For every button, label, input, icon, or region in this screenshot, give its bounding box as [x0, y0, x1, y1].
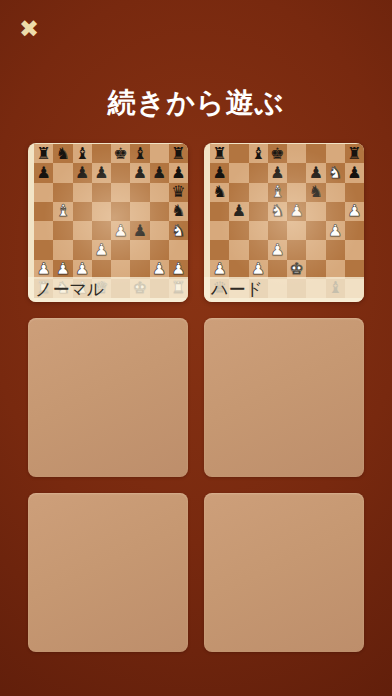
- white-pawn-piece: ♟: [75, 261, 89, 277]
- board-square: ♟: [150, 163, 169, 182]
- board-square: [345, 221, 364, 240]
- black-bishop-piece: ♝: [251, 146, 265, 162]
- black-knight-piece: ♞: [171, 203, 185, 219]
- board-square: [111, 183, 130, 202]
- chess-board-normal: ♜♞♝♚♝♜♟♟♟♟♟♟♛♝♞♟♟♞♟♟♟♟♟♟♜♞♝♛♚♜: [34, 144, 188, 298]
- black-knight-piece: ♞: [212, 184, 226, 200]
- slot-label-bar: ノーマル: [28, 277, 188, 302]
- board-square: ♟: [229, 202, 248, 221]
- board-square: ♝: [53, 202, 72, 221]
- slot-label: ハード: [211, 278, 263, 301]
- save-slot-hard[interactable]: ♜♝♚♜♟♟♟♞♟♞♝♞♟♞♟♟♟♟♟♟♚♛♝ ハード: [204, 143, 364, 302]
- black-bishop-piece: ♝: [75, 146, 89, 162]
- black-knight-piece: ♞: [309, 184, 323, 200]
- board-square: ♟: [73, 163, 92, 182]
- board-square: [34, 183, 53, 202]
- board-square: ♝: [73, 144, 92, 163]
- empty-save-slot-1[interactable]: [28, 318, 188, 477]
- board-square: ♟: [92, 163, 111, 182]
- save-slot-normal[interactable]: ♜♞♝♚♝♜♟♟♟♟♟♟♛♝♞♟♟♞♟♟♟♟♟♟♜♞♝♛♚♜ ノーマル: [28, 143, 188, 302]
- board-square: ♞: [306, 183, 325, 202]
- board-square: [326, 260, 345, 279]
- board-square: ♝: [249, 144, 268, 163]
- board-square: ♟: [34, 163, 53, 182]
- white-bishop-piece: ♝: [270, 184, 284, 200]
- black-pawn-piece: ♟: [152, 165, 166, 181]
- board-square: [130, 202, 149, 221]
- board-square: ♟: [169, 260, 188, 279]
- board-square: [287, 240, 306, 259]
- board-square: [229, 183, 248, 202]
- board-square: [210, 240, 229, 259]
- board-square: [229, 221, 248, 240]
- board-square: [53, 183, 72, 202]
- black-rook-piece: ♜: [347, 146, 361, 162]
- board-square: ♟: [150, 260, 169, 279]
- board-square: ♞: [210, 183, 229, 202]
- board-square: [306, 202, 325, 221]
- board-square: [229, 163, 248, 182]
- board-square: [229, 144, 248, 163]
- board-square: ♟: [34, 260, 53, 279]
- black-rook-piece: ♜: [212, 146, 226, 162]
- board-square: ♜: [210, 144, 229, 163]
- board-square: [249, 163, 268, 182]
- empty-save-slot-2[interactable]: [204, 318, 364, 477]
- black-pawn-piece: ♟: [94, 165, 108, 181]
- white-pawn-piece: ♟: [36, 261, 50, 277]
- board-square: ♟: [92, 240, 111, 259]
- board-square: ♛: [169, 183, 188, 202]
- board-square: [249, 240, 268, 259]
- black-pawn-piece: ♟: [75, 165, 89, 181]
- board-square: ♜: [345, 144, 364, 163]
- board-square: [345, 240, 364, 259]
- board-square: ♟: [130, 221, 149, 240]
- board-square: [287, 144, 306, 163]
- page-title: 続きから遊ぶ: [0, 84, 392, 122]
- board-square: [210, 202, 229, 221]
- board-square: [111, 202, 130, 221]
- board-square: [306, 144, 325, 163]
- board-square: [169, 240, 188, 259]
- board-square: ♟: [169, 163, 188, 182]
- white-knight-piece: ♞: [270, 203, 284, 219]
- close-button[interactable]: ✖: [14, 14, 44, 44]
- board-square: [130, 183, 149, 202]
- white-pawn-piece: ♟: [328, 223, 342, 239]
- board-square: [34, 202, 53, 221]
- white-pawn-piece: ♟: [347, 203, 361, 219]
- board-square: [92, 202, 111, 221]
- board-square: [306, 240, 325, 259]
- board-square: [345, 260, 364, 279]
- board-square: [53, 163, 72, 182]
- white-pawn-piece: ♟: [289, 203, 303, 219]
- board-square: ♞: [268, 202, 287, 221]
- board-square: ♚: [287, 260, 306, 279]
- board-square: [287, 183, 306, 202]
- board-square: [130, 240, 149, 259]
- board-square: [150, 202, 169, 221]
- board-square: ♟: [210, 163, 229, 182]
- board-square: [34, 221, 53, 240]
- black-pawn-piece: ♟: [347, 165, 361, 181]
- board-square: [92, 183, 111, 202]
- board-square: [249, 221, 268, 240]
- board-square: [326, 202, 345, 221]
- empty-save-slot-3[interactable]: [28, 493, 188, 652]
- board-square: ♝: [268, 183, 287, 202]
- board-square: [150, 221, 169, 240]
- white-pawn-piece: ♟: [56, 261, 70, 277]
- board-square: ♜: [169, 144, 188, 163]
- board-square: [326, 240, 345, 259]
- board-square: [210, 221, 229, 240]
- board-square: ♞: [326, 163, 345, 182]
- board-square: ♟: [287, 202, 306, 221]
- black-queen-piece: ♛: [171, 184, 185, 200]
- close-icon: ✖: [19, 17, 39, 41]
- slot-label-bar: ハード: [204, 277, 364, 302]
- board-square: ♟: [111, 221, 130, 240]
- white-pawn-piece: ♟: [152, 261, 166, 277]
- board-square: [111, 260, 130, 279]
- white-knight-piece: ♞: [328, 165, 342, 181]
- board-square: ♜: [34, 144, 53, 163]
- black-pawn-piece: ♟: [270, 165, 284, 181]
- board-square: [345, 183, 364, 202]
- white-king-piece: ♚: [289, 261, 303, 277]
- board-square: [150, 144, 169, 163]
- board-square: ♟: [306, 163, 325, 182]
- board-square: ♟: [249, 260, 268, 279]
- board-square: [73, 202, 92, 221]
- board-square: ♟: [345, 163, 364, 182]
- board-square: [92, 221, 111, 240]
- board-square: ♟: [268, 163, 287, 182]
- board-square: [92, 144, 111, 163]
- board-square: ♝: [130, 144, 149, 163]
- board-square: [326, 144, 345, 163]
- white-bishop-piece: ♝: [56, 203, 70, 219]
- board-square: [73, 221, 92, 240]
- black-pawn-piece: ♟: [309, 165, 323, 181]
- board-square: [53, 240, 72, 259]
- board-square: [229, 260, 248, 279]
- black-king-piece: ♚: [113, 146, 127, 162]
- board-square: ♟: [326, 221, 345, 240]
- black-bishop-piece: ♝: [133, 146, 147, 162]
- board-square: [53, 221, 72, 240]
- black-pawn-piece: ♟: [36, 165, 50, 181]
- board-square: ♟: [210, 260, 229, 279]
- board-square: ♞: [53, 144, 72, 163]
- black-pawn-piece: ♟: [232, 203, 246, 219]
- black-pawn-piece: ♟: [133, 165, 147, 181]
- board-square: [326, 183, 345, 202]
- board-square: [111, 240, 130, 259]
- board-square: ♞: [169, 202, 188, 221]
- black-rook-piece: ♜: [36, 146, 50, 162]
- black-pawn-piece: ♟: [212, 165, 226, 181]
- empty-save-slot-4[interactable]: [204, 493, 364, 652]
- board-square: [73, 183, 92, 202]
- board-square: ♟: [73, 260, 92, 279]
- board-square: ♟: [53, 260, 72, 279]
- slot-label: ノーマル: [35, 278, 104, 301]
- board-square: [92, 260, 111, 279]
- black-rook-piece: ♜: [171, 146, 185, 162]
- white-pawn-piece: ♟: [251, 261, 265, 277]
- board-square: [268, 260, 287, 279]
- board-square: [268, 221, 287, 240]
- board-square: [287, 221, 306, 240]
- black-knight-piece: ♞: [56, 146, 70, 162]
- white-pawn-piece: ♟: [270, 242, 284, 258]
- black-pawn-piece: ♟: [171, 165, 185, 181]
- board-square: [249, 183, 268, 202]
- white-knight-piece: ♞: [171, 223, 185, 239]
- black-pawn-piece: ♟: [133, 223, 147, 239]
- white-pawn-piece: ♟: [113, 223, 127, 239]
- board-square: ♟: [268, 240, 287, 259]
- board-square: [111, 163, 130, 182]
- board-square: [306, 260, 325, 279]
- chess-board-hard: ♜♝♚♜♟♟♟♞♟♞♝♞♟♞♟♟♟♟♟♟♚♛♝: [210, 144, 364, 298]
- black-king-piece: ♚: [270, 146, 284, 162]
- board-square: [150, 240, 169, 259]
- white-pawn-piece: ♟: [94, 242, 108, 258]
- board-square: ♚: [111, 144, 130, 163]
- board-square: [150, 183, 169, 202]
- board-square: ♚: [268, 144, 287, 163]
- board-square: [287, 163, 306, 182]
- board-square: [229, 240, 248, 259]
- white-pawn-piece: ♟: [212, 261, 226, 277]
- board-square: [130, 260, 149, 279]
- board-square: ♟: [345, 202, 364, 221]
- board-square: ♟: [130, 163, 149, 182]
- white-pawn-piece: ♟: [171, 261, 185, 277]
- board-square: [249, 202, 268, 221]
- board-square: [306, 221, 325, 240]
- board-square: [34, 240, 53, 259]
- board-square: ♞: [169, 221, 188, 240]
- board-square: [73, 240, 92, 259]
